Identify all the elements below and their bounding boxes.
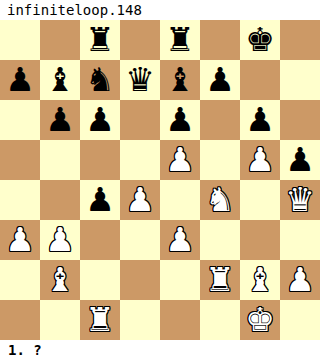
square-a5[interactable] xyxy=(0,140,40,180)
square-d3[interactable] xyxy=(120,220,160,260)
square-b1[interactable] xyxy=(40,300,80,340)
black-pawn: ♟ xyxy=(200,60,240,100)
square-h8[interactable] xyxy=(280,20,320,60)
white-pawn: ♟ xyxy=(160,220,200,260)
black-rook: ♜ xyxy=(80,20,120,60)
square-b2[interactable]: ♝ xyxy=(40,260,80,300)
square-c5[interactable] xyxy=(80,140,120,180)
square-f8[interactable] xyxy=(200,20,240,60)
square-c8[interactable]: ♜ xyxy=(80,20,120,60)
square-b5[interactable] xyxy=(40,140,80,180)
square-c6[interactable]: ♟ xyxy=(80,100,120,140)
white-king: ♚ xyxy=(240,300,280,340)
square-d5[interactable] xyxy=(120,140,160,180)
square-g5[interactable]: ♟ xyxy=(240,140,280,180)
square-d8[interactable] xyxy=(120,20,160,60)
white-knight: ♞ xyxy=(200,180,240,220)
square-g2[interactable]: ♝ xyxy=(240,260,280,300)
square-b8[interactable] xyxy=(40,20,80,60)
black-pawn: ♟ xyxy=(240,100,280,140)
square-f4[interactable]: ♞ xyxy=(200,180,240,220)
square-d7[interactable]: ♛ xyxy=(120,60,160,100)
square-g6[interactable]: ♟ xyxy=(240,100,280,140)
square-h7[interactable] xyxy=(280,60,320,100)
chess-board: ♜♜♚♟♝♞♛♝♟♟♟♟♟♟♟♟♟♟♞♛♟♟♟♝♜♝♟♜♚ xyxy=(0,20,320,340)
black-pawn: ♟ xyxy=(80,100,120,140)
square-b7[interactable]: ♝ xyxy=(40,60,80,100)
square-a8[interactable] xyxy=(0,20,40,60)
square-e2[interactable] xyxy=(160,260,200,300)
square-c3[interactable] xyxy=(80,220,120,260)
white-queen: ♛ xyxy=(280,180,320,220)
square-f3[interactable] xyxy=(200,220,240,260)
square-e1[interactable] xyxy=(160,300,200,340)
white-bishop: ♝ xyxy=(240,260,280,300)
window-title: infiniteloop.148 xyxy=(0,0,320,20)
black-pawn: ♟ xyxy=(40,100,80,140)
square-a1[interactable] xyxy=(0,300,40,340)
square-g7[interactable] xyxy=(240,60,280,100)
white-pawn: ♟ xyxy=(0,220,40,260)
square-a7[interactable]: ♟ xyxy=(0,60,40,100)
square-h2[interactable]: ♟ xyxy=(280,260,320,300)
square-h6[interactable] xyxy=(280,100,320,140)
square-g8[interactable]: ♚ xyxy=(240,20,280,60)
square-g3[interactable] xyxy=(240,220,280,260)
square-a4[interactable] xyxy=(0,180,40,220)
square-e7[interactable]: ♝ xyxy=(160,60,200,100)
square-h1[interactable] xyxy=(280,300,320,340)
black-pawn: ♟ xyxy=(0,60,40,100)
square-a2[interactable] xyxy=(0,260,40,300)
square-e6[interactable]: ♟ xyxy=(160,100,200,140)
black-rook: ♜ xyxy=(160,20,200,60)
square-f1[interactable] xyxy=(200,300,240,340)
square-g1[interactable]: ♚ xyxy=(240,300,280,340)
square-f5[interactable] xyxy=(200,140,240,180)
square-g4[interactable] xyxy=(240,180,280,220)
white-bishop: ♝ xyxy=(40,260,80,300)
square-e3[interactable]: ♟ xyxy=(160,220,200,260)
square-f6[interactable] xyxy=(200,100,240,140)
square-e5[interactable]: ♟ xyxy=(160,140,200,180)
square-h4[interactable]: ♛ xyxy=(280,180,320,220)
square-d4[interactable]: ♟ xyxy=(120,180,160,220)
square-h3[interactable] xyxy=(280,220,320,260)
square-d6[interactable] xyxy=(120,100,160,140)
black-bishop: ♝ xyxy=(40,60,80,100)
square-d2[interactable] xyxy=(120,260,160,300)
black-queen: ♛ xyxy=(120,60,160,100)
square-d1[interactable] xyxy=(120,300,160,340)
square-f2[interactable]: ♜ xyxy=(200,260,240,300)
black-pawn: ♟ xyxy=(160,100,200,140)
square-h5[interactable]: ♟ xyxy=(280,140,320,180)
white-rook: ♜ xyxy=(200,260,240,300)
square-c2[interactable] xyxy=(80,260,120,300)
white-pawn: ♟ xyxy=(160,140,200,180)
square-c4[interactable]: ♟ xyxy=(80,180,120,220)
square-c1[interactable]: ♜ xyxy=(80,300,120,340)
square-a6[interactable] xyxy=(0,100,40,140)
white-rook: ♜ xyxy=(80,300,120,340)
white-pawn: ♟ xyxy=(40,220,80,260)
white-pawn: ♟ xyxy=(120,180,160,220)
black-bishop: ♝ xyxy=(160,60,200,100)
square-b4[interactable] xyxy=(40,180,80,220)
square-a3[interactable]: ♟ xyxy=(0,220,40,260)
white-pawn: ♟ xyxy=(280,260,320,300)
black-pawn: ♟ xyxy=(280,140,320,180)
black-pawn: ♟ xyxy=(80,180,120,220)
black-knight: ♞ xyxy=(80,60,120,100)
square-e4[interactable] xyxy=(160,180,200,220)
black-king: ♚ xyxy=(240,20,280,60)
square-f7[interactable]: ♟ xyxy=(200,60,240,100)
square-e8[interactable]: ♜ xyxy=(160,20,200,60)
square-b3[interactable]: ♟ xyxy=(40,220,80,260)
square-c7[interactable]: ♞ xyxy=(80,60,120,100)
square-b6[interactable]: ♟ xyxy=(40,100,80,140)
white-pawn: ♟ xyxy=(240,140,280,180)
move-prompt: 1. ? xyxy=(0,340,320,360)
